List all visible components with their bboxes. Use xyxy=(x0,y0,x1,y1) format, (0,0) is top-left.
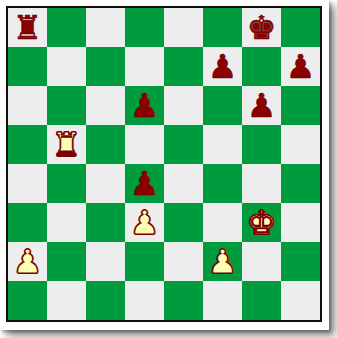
square-d7[interactable] xyxy=(125,47,164,86)
square-f3[interactable] xyxy=(203,203,242,242)
piece-white-king-g3[interactable]: ♚ xyxy=(247,203,277,242)
square-a3[interactable] xyxy=(8,203,47,242)
square-h5[interactable] xyxy=(281,125,320,164)
square-f5[interactable] xyxy=(203,125,242,164)
square-c5[interactable] xyxy=(86,125,125,164)
piece-black-pawn-g6[interactable]: ♟ xyxy=(247,86,277,125)
square-g2[interactable] xyxy=(242,242,281,281)
square-e5[interactable] xyxy=(164,125,203,164)
square-h2[interactable] xyxy=(281,242,320,281)
square-f2[interactable]: ♟ xyxy=(203,242,242,281)
piece-black-pawn-d4[interactable]: ♟ xyxy=(130,164,160,203)
square-b6[interactable] xyxy=(47,86,86,125)
square-g1[interactable] xyxy=(242,281,281,320)
square-b5[interactable]: ♜ xyxy=(47,125,86,164)
square-d1[interactable] xyxy=(125,281,164,320)
square-f4[interactable] xyxy=(203,164,242,203)
square-a2[interactable]: ♟ xyxy=(8,242,47,281)
square-a1[interactable] xyxy=(8,281,47,320)
piece-black-king-g8[interactable]: ♚ xyxy=(247,8,277,47)
piece-black-pawn-f7[interactable]: ♟ xyxy=(208,47,238,86)
square-h3[interactable] xyxy=(281,203,320,242)
piece-white-pawn-d3[interactable]: ♟ xyxy=(130,203,160,242)
square-h6[interactable] xyxy=(281,86,320,125)
piece-white-rook-b5[interactable]: ♜ xyxy=(52,125,82,164)
square-a5[interactable] xyxy=(8,125,47,164)
square-b2[interactable] xyxy=(47,242,86,281)
square-h1[interactable] xyxy=(281,281,320,320)
square-d6[interactable]: ♟ xyxy=(125,86,164,125)
square-e4[interactable] xyxy=(164,164,203,203)
square-c1[interactable] xyxy=(86,281,125,320)
square-e8[interactable] xyxy=(164,8,203,47)
board-card: ♜♚♟♟♟♟♜♟♟♚♟♟ xyxy=(0,0,329,330)
square-a4[interactable] xyxy=(8,164,47,203)
square-b7[interactable] xyxy=(47,47,86,86)
square-e3[interactable] xyxy=(164,203,203,242)
square-d3[interactable]: ♟ xyxy=(125,203,164,242)
square-b8[interactable] xyxy=(47,8,86,47)
square-e7[interactable] xyxy=(164,47,203,86)
square-a8[interactable]: ♜ xyxy=(8,8,47,47)
piece-white-pawn-f2[interactable]: ♟ xyxy=(208,242,238,281)
square-c4[interactable] xyxy=(86,164,125,203)
square-h8[interactable] xyxy=(281,8,320,47)
square-e1[interactable] xyxy=(164,281,203,320)
square-b1[interactable] xyxy=(47,281,86,320)
square-f6[interactable] xyxy=(203,86,242,125)
square-c7[interactable] xyxy=(86,47,125,86)
square-c3[interactable] xyxy=(86,203,125,242)
square-g6[interactable]: ♟ xyxy=(242,86,281,125)
piece-black-rook-a8[interactable]: ♜ xyxy=(13,8,43,47)
square-d2[interactable] xyxy=(125,242,164,281)
square-c6[interactable] xyxy=(86,86,125,125)
piece-black-pawn-h7[interactable]: ♟ xyxy=(286,47,316,86)
square-g3[interactable]: ♚ xyxy=(242,203,281,242)
square-b3[interactable] xyxy=(47,203,86,242)
piece-white-pawn-a2[interactable]: ♟ xyxy=(13,242,43,281)
square-e2[interactable] xyxy=(164,242,203,281)
square-g4[interactable] xyxy=(242,164,281,203)
piece-black-pawn-d6[interactable]: ♟ xyxy=(130,86,160,125)
square-e6[interactable] xyxy=(164,86,203,125)
square-f7[interactable]: ♟ xyxy=(203,47,242,86)
square-d4[interactable]: ♟ xyxy=(125,164,164,203)
square-a7[interactable] xyxy=(8,47,47,86)
square-g7[interactable] xyxy=(242,47,281,86)
square-c2[interactable] xyxy=(86,242,125,281)
square-d8[interactable] xyxy=(125,8,164,47)
square-g8[interactable]: ♚ xyxy=(242,8,281,47)
square-b4[interactable] xyxy=(47,164,86,203)
square-d5[interactable] xyxy=(125,125,164,164)
square-h7[interactable]: ♟ xyxy=(281,47,320,86)
square-a6[interactable] xyxy=(8,86,47,125)
square-f1[interactable] xyxy=(203,281,242,320)
board: ♜♚♟♟♟♟♜♟♟♚♟♟ xyxy=(6,6,322,322)
page: ♜♚♟♟♟♟♜♟♟♚♟♟ xyxy=(0,0,337,338)
square-f8[interactable] xyxy=(203,8,242,47)
square-c8[interactable] xyxy=(86,8,125,47)
square-h4[interactable] xyxy=(281,164,320,203)
square-g5[interactable] xyxy=(242,125,281,164)
